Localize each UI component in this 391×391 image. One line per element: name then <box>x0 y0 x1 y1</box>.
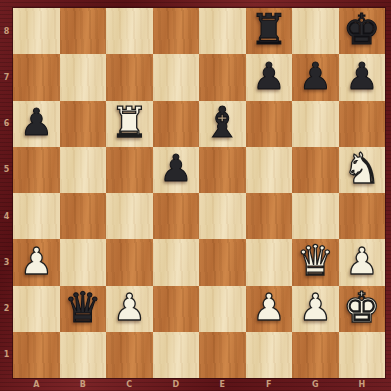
square-c8[interactable] <box>106 8 153 54</box>
square-a2[interactable] <box>13 286 60 332</box>
board-frame: 87654321 ABCDEFGH ♜♚♟♟♟♟♜♝♟♞♟♛♟♛♟♟♟♚ <box>0 0 391 391</box>
square-b2[interactable]: ♛ <box>60 286 107 332</box>
square-b6[interactable] <box>60 101 107 147</box>
square-h4[interactable] <box>339 193 386 239</box>
white-pawn-a3[interactable]: ♟ <box>20 243 53 280</box>
square-e4[interactable] <box>199 193 246 239</box>
square-e7[interactable] <box>199 54 246 100</box>
white-pawn-g2[interactable]: ♟ <box>299 289 332 326</box>
square-d6[interactable] <box>153 101 200 147</box>
square-h8[interactable]: ♚ <box>339 8 386 54</box>
square-f8[interactable]: ♜ <box>246 8 293 54</box>
rank-label-3: 3 <box>0 239 13 285</box>
square-c1[interactable] <box>106 332 153 378</box>
rank-label-1: 1 <box>0 332 13 378</box>
square-e5[interactable] <box>199 147 246 193</box>
square-g2[interactable]: ♟ <box>292 286 339 332</box>
square-a4[interactable] <box>13 193 60 239</box>
square-d4[interactable] <box>153 193 200 239</box>
square-g3[interactable]: ♛ <box>292 239 339 285</box>
square-a3[interactable]: ♟ <box>13 239 60 285</box>
black-rook-f8[interactable]: ♜ <box>250 9 288 51</box>
square-d7[interactable] <box>153 54 200 100</box>
white-pawn-h3[interactable]: ♟ <box>345 243 378 280</box>
square-f7[interactable]: ♟ <box>246 54 293 100</box>
square-e2[interactable] <box>199 286 246 332</box>
white-pawn-c2[interactable]: ♟ <box>113 289 146 326</box>
square-d1[interactable] <box>153 332 200 378</box>
square-e1[interactable] <box>199 332 246 378</box>
square-f5[interactable] <box>246 147 293 193</box>
black-pawn-g7[interactable]: ♟ <box>299 58 332 95</box>
rank-label-8: 8 <box>0 8 13 54</box>
white-queen-g3[interactable]: ♛ <box>296 240 334 282</box>
black-pawn-a6[interactable]: ♟ <box>20 104 53 141</box>
square-g5[interactable] <box>292 147 339 193</box>
square-c2[interactable]: ♟ <box>106 286 153 332</box>
file-label-e: E <box>199 378 246 391</box>
square-b8[interactable] <box>60 8 107 54</box>
square-d3[interactable] <box>153 239 200 285</box>
square-a1[interactable] <box>13 332 60 378</box>
file-label-g: G <box>292 378 339 391</box>
square-d5[interactable]: ♟ <box>153 147 200 193</box>
square-a7[interactable] <box>13 54 60 100</box>
square-b7[interactable] <box>60 54 107 100</box>
square-c4[interactable] <box>106 193 153 239</box>
square-g1[interactable] <box>292 332 339 378</box>
square-e6[interactable]: ♝ <box>199 101 246 147</box>
square-g7[interactable]: ♟ <box>292 54 339 100</box>
square-h6[interactable] <box>339 101 386 147</box>
file-label-c: C <box>106 378 153 391</box>
file-label-h: H <box>339 378 386 391</box>
black-pawn-f7[interactable]: ♟ <box>252 58 285 95</box>
file-label-d: D <box>153 378 200 391</box>
square-b3[interactable] <box>60 239 107 285</box>
square-h1[interactable] <box>339 332 386 378</box>
square-f4[interactable] <box>246 193 293 239</box>
rank-label-5: 5 <box>0 147 13 193</box>
file-label-b: B <box>60 378 107 391</box>
square-g6[interactable] <box>292 101 339 147</box>
black-pawn-h7[interactable]: ♟ <box>345 58 378 95</box>
square-g8[interactable] <box>292 8 339 54</box>
black-king-h8[interactable]: ♚ <box>343 9 381 51</box>
chess-board: ♜♚♟♟♟♟♜♝♟♞♟♛♟♛♟♟♟♚ <box>13 8 385 378</box>
square-c7[interactable] <box>106 54 153 100</box>
rank-label-4: 4 <box>0 193 13 239</box>
file-label-a: A <box>13 378 60 391</box>
white-rook-c6[interactable]: ♜ <box>110 102 148 144</box>
rank-label-2: 2 <box>0 286 13 332</box>
square-f1[interactable] <box>246 332 293 378</box>
square-a5[interactable] <box>13 147 60 193</box>
square-h2[interactable]: ♚ <box>339 286 386 332</box>
square-b1[interactable] <box>60 332 107 378</box>
file-labels: ABCDEFGH <box>13 378 385 391</box>
square-g4[interactable] <box>292 193 339 239</box>
file-label-f: F <box>246 378 293 391</box>
square-d8[interactable] <box>153 8 200 54</box>
square-c6[interactable]: ♜ <box>106 101 153 147</box>
square-h7[interactable]: ♟ <box>339 54 386 100</box>
square-f2[interactable]: ♟ <box>246 286 293 332</box>
square-b4[interactable] <box>60 193 107 239</box>
square-e8[interactable] <box>199 8 246 54</box>
black-bishop-e6[interactable]: ♝ <box>203 102 241 144</box>
square-e3[interactable] <box>199 239 246 285</box>
square-h3[interactable]: ♟ <box>339 239 386 285</box>
square-a6[interactable]: ♟ <box>13 101 60 147</box>
white-knight-h5[interactable]: ♞ <box>343 148 381 190</box>
square-d2[interactable] <box>153 286 200 332</box>
white-king-h2[interactable]: ♚ <box>343 287 381 329</box>
square-c5[interactable] <box>106 147 153 193</box>
square-f6[interactable] <box>246 101 293 147</box>
black-pawn-d5[interactable]: ♟ <box>159 150 192 187</box>
rank-label-7: 7 <box>0 54 13 100</box>
black-queen-b2[interactable]: ♛ <box>64 287 102 329</box>
white-pawn-f2[interactable]: ♟ <box>252 289 285 326</box>
square-h5[interactable]: ♞ <box>339 147 386 193</box>
square-f3[interactable] <box>246 239 293 285</box>
square-b5[interactable] <box>60 147 107 193</box>
rank-labels: 87654321 <box>0 8 13 378</box>
square-c3[interactable] <box>106 239 153 285</box>
rank-label-6: 6 <box>0 101 13 147</box>
square-a8[interactable] <box>13 8 60 54</box>
